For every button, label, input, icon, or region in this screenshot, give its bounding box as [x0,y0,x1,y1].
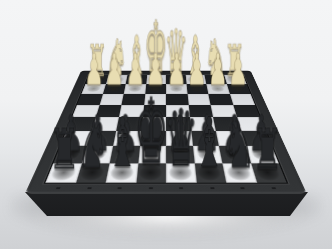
black-bishop-icon: ♝ [194,109,225,177]
square-d1 [166,75,186,84]
file-mark [149,187,153,189]
black-knight-icon: ♞ [77,114,110,178]
square-a1 [224,75,247,84]
black-queen-icon: ♛ [163,99,197,178]
product-photo-stage: ♜♞♝♚♛♝♞♜♟♟♟♟♟♟♟♟♟♟♟♟♟♟♟♟♜♞♝♚♛♝♞♜ [0,0,332,249]
black-knight-icon: ♞ [222,114,255,178]
square-c1 [185,75,206,84]
file-mark [118,187,122,189]
square-g2 [103,84,126,94]
file-mark [56,187,61,189]
chess-board: ♜♞♝♚♛♝♞♜♟♟♟♟♟♟♟♟♟♟♟♟♟♟♟♟♜♞♝♚♛♝♞♜ [25,71,307,194]
file-mark [210,187,214,189]
board-3d-scene: ♜♞♝♚♛♝♞♜♟♟♟♟♟♟♟♟♟♟♟♟♟♟♟♟♜♞♝♚♛♝♞♜ [0,0,332,249]
black-rook-icon: ♜ [49,122,80,178]
square-g1 [106,75,128,84]
square-a2 [226,84,250,94]
file-mark [241,187,245,189]
file-mark [271,187,276,189]
black-rook-icon: ♜ [253,122,284,178]
file-mark [179,187,183,189]
square-a3 [229,94,255,105]
file-mark [87,187,91,189]
